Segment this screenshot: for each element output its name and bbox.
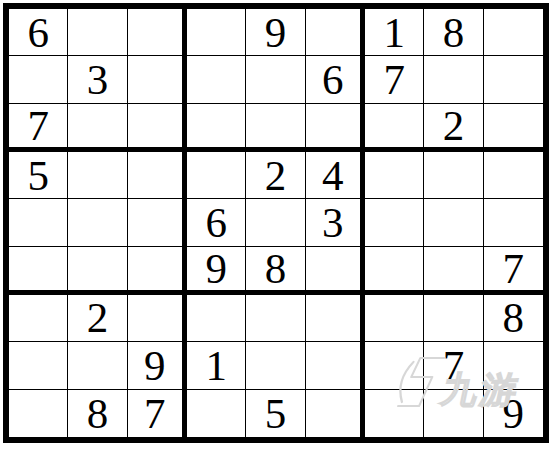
cell-r1c6 [306,9,365,56]
cell-r9c2: 8 [68,390,127,437]
cell-r1c3 [128,9,187,56]
cell-r1c4 [187,9,246,56]
cell-r6c2 [68,247,127,295]
cell-r9c8 [424,390,483,437]
cell-r8c7 [365,342,424,389]
cell-r5c7 [365,199,424,246]
cell-r5c4: 6 [187,199,246,246]
cell-r2c9 [484,56,543,103]
sudoku-board: 69183677252463987289178759 [3,3,549,443]
cell-r2c3 [128,56,187,103]
cell-r5c5 [246,199,305,246]
cell-r9c6 [306,390,365,437]
cell-r8c8: 7 [424,342,483,389]
cell-r4c3 [128,152,187,199]
cell-r3c4 [187,104,246,152]
cell-r1c8: 8 [424,9,483,56]
cell-r9c4 [187,390,246,437]
cell-r4c6: 4 [306,152,365,199]
cell-r7c6 [306,295,365,342]
cell-r3c5 [246,104,305,152]
cell-r3c6 [306,104,365,152]
cell-r6c8 [424,247,483,295]
cell-r2c5 [246,56,305,103]
cell-r9c1 [9,390,68,437]
cell-r8c1 [9,342,68,389]
cell-r7c4 [187,295,246,342]
cell-r3c8: 2 [424,104,483,152]
cell-r5c2 [68,199,127,246]
cell-r2c1 [9,56,68,103]
cell-r7c3 [128,295,187,342]
cell-r6c9: 7 [484,247,543,295]
cell-r6c6 [306,247,365,295]
cell-r5c3 [128,199,187,246]
cell-r4c7 [365,152,424,199]
cell-r7c9: 8 [484,295,543,342]
cell-r9c3: 7 [128,390,187,437]
cell-r1c7: 1 [365,9,424,56]
cell-r3c2 [68,104,127,152]
cell-r5c6: 3 [306,199,365,246]
cell-r8c4: 1 [187,342,246,389]
cell-r7c2: 2 [68,295,127,342]
cell-r6c1 [9,247,68,295]
cell-r8c2 [68,342,127,389]
cell-r7c7 [365,295,424,342]
cell-r7c1 [9,295,68,342]
cell-r8c5 [246,342,305,389]
cell-r6c4: 9 [187,247,246,295]
cell-r4c8 [424,152,483,199]
cell-r8c9 [484,342,543,389]
cell-r5c1 [9,199,68,246]
cell-r9c7 [365,390,424,437]
cell-r2c6: 6 [306,56,365,103]
cell-r2c7: 7 [365,56,424,103]
cell-r1c9 [484,9,543,56]
cell-r3c7 [365,104,424,152]
cell-r1c5: 9 [246,9,305,56]
cell-r3c1: 7 [9,104,68,152]
cell-r5c8 [424,199,483,246]
cell-r5c9 [484,199,543,246]
cell-r1c2 [68,9,127,56]
cell-r4c1: 5 [9,152,68,199]
cell-r6c7 [365,247,424,295]
cell-r8c6 [306,342,365,389]
cell-r2c8 [424,56,483,103]
cell-r1c1: 6 [9,9,68,56]
cell-r4c9 [484,152,543,199]
cell-r4c5: 2 [246,152,305,199]
cell-r6c3 [128,247,187,295]
cell-r6c5: 8 [246,247,305,295]
cell-r2c2: 3 [68,56,127,103]
sudoku-puzzle-image: 69183677252463987289178759 九游 [0,0,552,450]
cell-r3c3 [128,104,187,152]
cell-r3c9 [484,104,543,152]
cell-r9c9: 9 [484,390,543,437]
cell-r8c3: 9 [128,342,187,389]
cell-r9c5: 5 [246,390,305,437]
cell-r4c2 [68,152,127,199]
cell-r7c8 [424,295,483,342]
cell-r2c4 [187,56,246,103]
cell-r7c5 [246,295,305,342]
cell-r4c4 [187,152,246,199]
